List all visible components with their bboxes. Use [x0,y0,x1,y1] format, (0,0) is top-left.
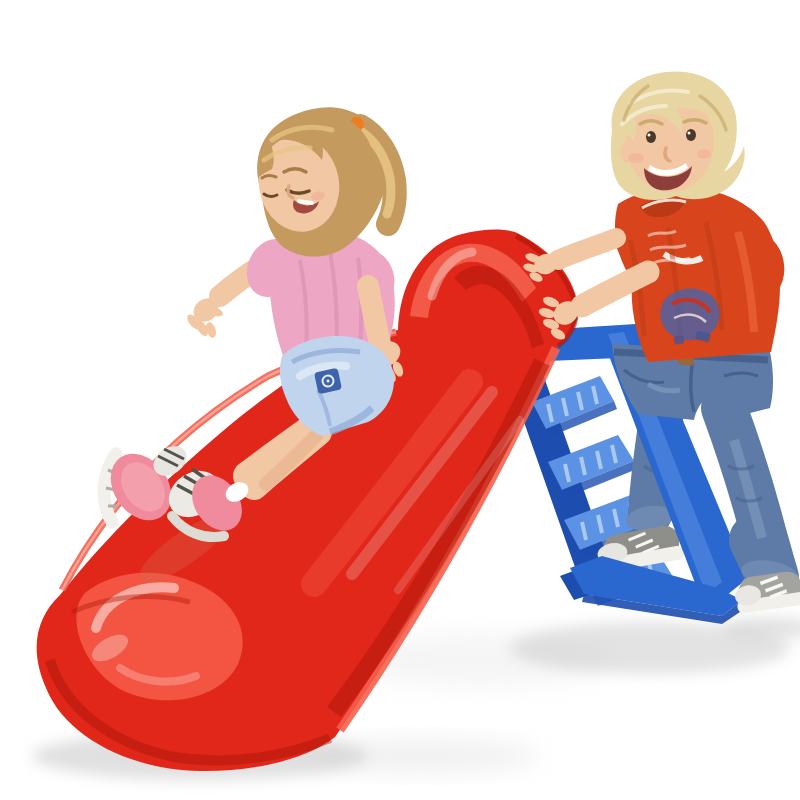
boy-blush-right [697,149,711,159]
product-photo [0,0,800,800]
boy-blush-left [628,153,644,163]
boy-eye-right [686,129,696,141]
slide-scene [0,0,800,800]
eye-glint-2 [688,132,691,135]
girl-head [251,107,394,256]
eye-glint-1 [648,134,651,137]
boy-head [611,71,745,200]
boy-eye-left [646,131,656,143]
